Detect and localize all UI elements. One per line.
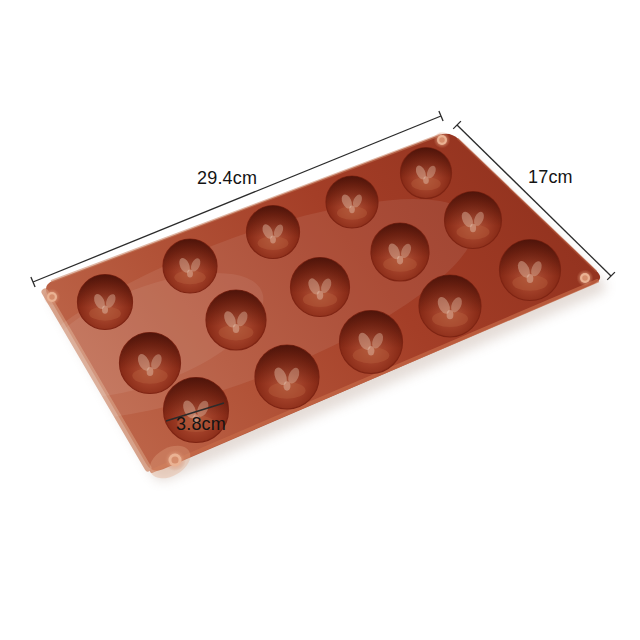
- length-dimension-label: 29.4cm: [197, 168, 257, 189]
- corner-hole: [577, 270, 594, 287]
- mold-cavity: [419, 275, 481, 337]
- mold-cavity: [401, 148, 452, 199]
- mold-cavity: [163, 239, 217, 293]
- cavity-diameter-label: 3.8cm: [176, 414, 226, 435]
- corner-hole: [434, 132, 451, 149]
- mold-cavity: [206, 290, 266, 350]
- mold-cavity: [78, 275, 133, 330]
- width-dimension-label: 17cm: [528, 167, 573, 188]
- mold-scene: [0, 0, 640, 640]
- mold-cavity: [326, 176, 378, 228]
- mold-cavity: [291, 258, 350, 317]
- mold-cavity: [340, 311, 403, 374]
- mold-cavity: [120, 333, 181, 394]
- mold-cavity: [500, 240, 561, 301]
- corner-hole: [44, 289, 61, 306]
- mold-cavity: [247, 206, 300, 259]
- mold-cavity: [255, 345, 319, 409]
- mold-cavity: [445, 192, 502, 249]
- corner-hole: [164, 449, 186, 471]
- product-photo: 29.4cm 17cm 3.8cm: [0, 0, 640, 640]
- mold-cavity: [371, 223, 429, 281]
